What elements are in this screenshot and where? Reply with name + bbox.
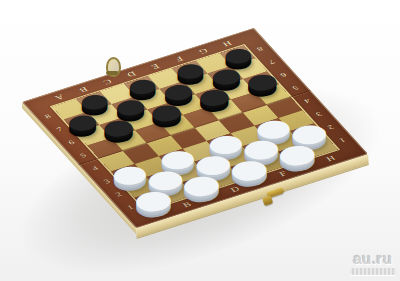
rank-label-left-8: 8 bbox=[43, 112, 53, 120]
file-label-bottom-h: H bbox=[324, 154, 337, 163]
rank-label-left-7: 7 bbox=[54, 125, 64, 133]
rank-label-left-3: 3 bbox=[102, 177, 112, 185]
file-label-bottom-f: F bbox=[277, 170, 289, 179]
rank-label-left-6: 6 bbox=[66, 138, 76, 146]
watermark: au.ru bbox=[350, 250, 396, 275]
file-label-top-g: G bbox=[196, 47, 209, 56]
rank-label-left-4: 4 bbox=[90, 164, 100, 172]
file-label-top-a: A bbox=[52, 93, 65, 102]
pieces-layer: ●●●●●●●●●●●●●●●●●●●●●●●● bbox=[22, 28, 254, 102]
file-label-top-c: C bbox=[101, 77, 114, 86]
watermark-text: au.ru bbox=[350, 250, 396, 267]
hinge-loop bbox=[106, 57, 121, 77]
file-label-top-e: E bbox=[149, 62, 161, 71]
rank-label-right-1: 1 bbox=[337, 136, 347, 144]
rank-label-left-5: 5 bbox=[78, 151, 88, 159]
rank-label-right-6: 6 bbox=[278, 71, 288, 79]
rank-label-right-5: 5 bbox=[290, 84, 300, 92]
rank-label-right-8: 8 bbox=[254, 45, 264, 53]
rank-label-right-7: 7 bbox=[266, 58, 276, 66]
watermark-subtext-pill bbox=[350, 268, 396, 275]
rank-label-right-4: 4 bbox=[302, 97, 312, 105]
scene: AABBCCDDEEFFGGHH8877665544332211 ●●●●●●●… bbox=[0, 0, 400, 281]
